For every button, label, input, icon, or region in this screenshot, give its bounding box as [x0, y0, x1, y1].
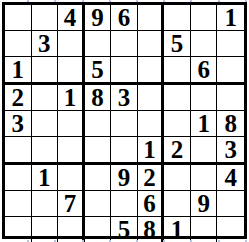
cell-r4c9[interactable]	[217, 85, 244, 111]
cell-r3c3[interactable]	[58, 57, 85, 85]
cell-r1c8[interactable]	[191, 5, 218, 31]
cell-r8c4[interactable]	[85, 191, 112, 217]
cell-r9c2[interactable]	[32, 217, 59, 242]
cell-r3c7[interactable]	[164, 57, 191, 85]
cell-r2c4[interactable]	[85, 31, 112, 57]
cell-r8c2[interactable]	[32, 191, 59, 217]
cell-r9c6[interactable]: 8	[138, 217, 165, 242]
cell-r5c1[interactable]: 3	[5, 111, 32, 137]
cell-r1c2[interactable]	[32, 5, 59, 31]
cell-r2c2[interactable]: 3	[32, 31, 59, 57]
cell-r1c9[interactable]: 1	[217, 5, 244, 31]
cell-r2c8[interactable]	[191, 31, 218, 57]
cell-r7c1[interactable]	[5, 165, 32, 191]
cell-r8c8[interactable]: 9	[191, 191, 218, 217]
cell-r9c1[interactable]	[5, 217, 32, 242]
cell-r4c7[interactable]	[164, 85, 191, 111]
cell-r7c6[interactable]: 2	[138, 165, 165, 191]
cell-r4c5[interactable]: 3	[111, 85, 138, 111]
cell-r7c9[interactable]: 4	[217, 165, 244, 191]
cell-r2c9[interactable]	[217, 31, 244, 57]
cell-r1c6[interactable]	[138, 5, 165, 31]
cell-r3c8[interactable]: 6	[191, 57, 218, 85]
cell-r4c6[interactable]	[138, 85, 165, 111]
cell-r6c2[interactable]	[32, 137, 59, 165]
cell-r9c9[interactable]	[217, 217, 244, 242]
cell-r6c9[interactable]: 3	[217, 137, 244, 165]
cell-r6c7[interactable]: 2	[164, 137, 191, 165]
cell-r7c8[interactable]	[191, 165, 218, 191]
cell-r5c2[interactable]	[32, 111, 59, 137]
cell-r4c2[interactable]	[32, 85, 59, 111]
cell-r2c6[interactable]	[138, 31, 165, 57]
cell-r9c8[interactable]	[191, 217, 218, 242]
cell-r4c8[interactable]	[191, 85, 218, 111]
cell-r1c7[interactable]	[164, 5, 191, 31]
cell-r3c6[interactable]	[138, 57, 165, 85]
cell-r9c7[interactable]: 1	[164, 217, 191, 242]
cell-r7c4[interactable]	[85, 165, 112, 191]
cell-r5c4[interactable]	[85, 111, 112, 137]
cell-r8c6[interactable]: 6	[138, 191, 165, 217]
cell-r2c1[interactable]	[5, 31, 32, 57]
cell-r6c8[interactable]	[191, 137, 218, 165]
cell-r8c3[interactable]: 7	[58, 191, 85, 217]
cell-r5c9[interactable]: 8	[217, 111, 244, 137]
cell-r1c1[interactable]	[5, 5, 32, 31]
cell-r5c7[interactable]	[164, 111, 191, 137]
cell-r1c3[interactable]: 4	[58, 5, 85, 31]
cell-r6c3[interactable]	[58, 137, 85, 165]
cell-r3c4[interactable]: 5	[85, 57, 112, 85]
cell-r3c9[interactable]	[217, 57, 244, 85]
cell-r3c2[interactable]	[32, 57, 59, 85]
cell-r5c5[interactable]	[111, 111, 138, 137]
cell-r6c5[interactable]	[111, 137, 138, 165]
cell-r8c7[interactable]	[164, 191, 191, 217]
cell-r8c9[interactable]	[217, 191, 244, 217]
cell-r6c4[interactable]	[85, 137, 112, 165]
cell-r3c1[interactable]: 1	[5, 57, 32, 85]
cell-r6c1[interactable]	[5, 137, 32, 165]
cell-r2c3[interactable]	[58, 31, 85, 57]
cell-r4c1[interactable]: 2	[5, 85, 32, 111]
cell-r8c5[interactable]	[111, 191, 138, 217]
cell-r7c2[interactable]: 1	[32, 165, 59, 191]
cell-r4c3[interactable]: 1	[58, 85, 85, 111]
cell-r9c5[interactable]: 5	[111, 217, 138, 242]
cell-r1c5[interactable]: 6	[111, 5, 138, 31]
cell-r6c6[interactable]: 1	[138, 137, 165, 165]
sudoku-board: 49613515621833181231924769581	[2, 2, 247, 239]
cell-r5c8[interactable]: 1	[191, 111, 218, 137]
cell-r4c4[interactable]: 8	[85, 85, 112, 111]
cell-r9c4[interactable]	[85, 217, 112, 242]
cell-r9c3[interactable]	[58, 217, 85, 242]
cell-r3c5[interactable]	[111, 57, 138, 85]
cell-r2c7[interactable]: 5	[164, 31, 191, 57]
cell-r5c6[interactable]	[138, 111, 165, 137]
cell-r2c5[interactable]	[111, 31, 138, 57]
cell-r7c3[interactable]	[58, 165, 85, 191]
cell-r7c7[interactable]	[164, 165, 191, 191]
cell-r7c5[interactable]: 9	[111, 165, 138, 191]
cell-r5c3[interactable]	[58, 111, 85, 137]
cell-r8c1[interactable]	[5, 191, 32, 217]
cell-r1c4[interactable]: 9	[85, 5, 112, 31]
